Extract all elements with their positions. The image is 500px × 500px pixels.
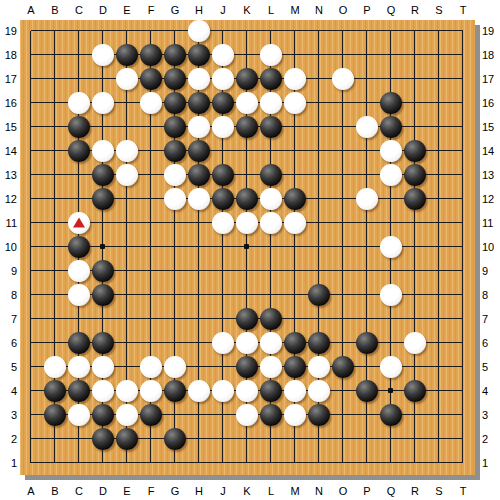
intersection-Q10[interactable] [379, 235, 403, 259]
intersection-G16[interactable] [163, 91, 187, 115]
intersection-F13[interactable] [139, 163, 163, 187]
intersection-D13[interactable] [91, 163, 115, 187]
intersection-K7[interactable] [235, 307, 259, 331]
intersection-Q15[interactable] [379, 115, 403, 139]
intersection-O18[interactable] [331, 43, 355, 67]
intersection-P2[interactable] [355, 427, 379, 451]
intersection-Q7[interactable] [379, 307, 403, 331]
intersection-S5[interactable] [427, 355, 451, 379]
intersection-K4[interactable] [235, 379, 259, 403]
intersection-N6[interactable] [307, 331, 331, 355]
intersection-B18[interactable] [43, 43, 67, 67]
intersection-P13[interactable] [355, 163, 379, 187]
intersection-F18[interactable] [139, 43, 163, 67]
intersection-M6[interactable] [283, 331, 307, 355]
intersection-M10[interactable] [283, 235, 307, 259]
intersection-C4[interactable] [67, 379, 91, 403]
intersection-C11[interactable] [67, 211, 91, 235]
intersection-E9[interactable] [115, 259, 139, 283]
intersection-Q18[interactable] [379, 43, 403, 67]
intersection-M3[interactable] [283, 403, 307, 427]
intersection-E4[interactable] [115, 379, 139, 403]
intersection-H17[interactable] [187, 67, 211, 91]
intersection-N14[interactable] [307, 139, 331, 163]
intersection-D4[interactable] [91, 379, 115, 403]
intersection-E1[interactable] [115, 451, 139, 475]
intersection-N4[interactable] [307, 379, 331, 403]
intersection-L3[interactable] [259, 403, 283, 427]
intersection-N11[interactable] [307, 211, 331, 235]
intersection-E17[interactable] [115, 67, 139, 91]
intersection-A5[interactable] [19, 355, 43, 379]
intersection-K16[interactable] [235, 91, 259, 115]
intersection-L14[interactable] [259, 139, 283, 163]
intersection-B5[interactable] [43, 355, 67, 379]
intersection-O3[interactable] [331, 403, 355, 427]
intersection-S17[interactable] [427, 67, 451, 91]
intersection-R7[interactable] [403, 307, 427, 331]
intersection-N2[interactable] [307, 427, 331, 451]
intersection-E19[interactable] [115, 19, 139, 43]
intersection-S15[interactable] [427, 115, 451, 139]
intersection-G10[interactable] [163, 235, 187, 259]
intersection-D10[interactable] [91, 235, 115, 259]
intersection-P11[interactable] [355, 211, 379, 235]
intersection-L5[interactable] [259, 355, 283, 379]
intersection-L9[interactable] [259, 259, 283, 283]
intersection-H18[interactable] [187, 43, 211, 67]
intersection-Q11[interactable] [379, 211, 403, 235]
intersection-K6[interactable] [235, 331, 259, 355]
intersection-K3[interactable] [235, 403, 259, 427]
intersection-G19[interactable] [163, 19, 187, 43]
intersection-G4[interactable] [163, 379, 187, 403]
intersection-S19[interactable] [427, 19, 451, 43]
intersection-C19[interactable] [67, 19, 91, 43]
intersection-T7[interactable] [451, 307, 475, 331]
intersection-K9[interactable] [235, 259, 259, 283]
intersection-L18[interactable] [259, 43, 283, 67]
intersection-N1[interactable] [307, 451, 331, 475]
intersection-R12[interactable] [403, 187, 427, 211]
intersection-E7[interactable] [115, 307, 139, 331]
intersection-L1[interactable] [259, 451, 283, 475]
intersection-S9[interactable] [427, 259, 451, 283]
intersection-N19[interactable] [307, 19, 331, 43]
intersection-C9[interactable] [67, 259, 91, 283]
intersection-N7[interactable] [307, 307, 331, 331]
intersection-H10[interactable] [187, 235, 211, 259]
intersection-R14[interactable] [403, 139, 427, 163]
intersection-R13[interactable] [403, 163, 427, 187]
intersection-M5[interactable] [283, 355, 307, 379]
intersection-M18[interactable] [283, 43, 307, 67]
intersection-F11[interactable] [139, 211, 163, 235]
intersection-B3[interactable] [43, 403, 67, 427]
intersection-P14[interactable] [355, 139, 379, 163]
intersection-G7[interactable] [163, 307, 187, 331]
intersection-M13[interactable] [283, 163, 307, 187]
intersection-A16[interactable] [19, 91, 43, 115]
intersection-B17[interactable] [43, 67, 67, 91]
intersection-E6[interactable] [115, 331, 139, 355]
intersection-C5[interactable] [67, 355, 91, 379]
intersection-F9[interactable] [139, 259, 163, 283]
intersection-S1[interactable] [427, 451, 451, 475]
intersection-O8[interactable] [331, 283, 355, 307]
intersection-A4[interactable] [19, 379, 43, 403]
intersection-A15[interactable] [19, 115, 43, 139]
intersection-K17[interactable] [235, 67, 259, 91]
intersection-C17[interactable] [67, 67, 91, 91]
intersection-C1[interactable] [67, 451, 91, 475]
intersection-D3[interactable] [91, 403, 115, 427]
intersection-O12[interactable] [331, 187, 355, 211]
intersection-T6[interactable] [451, 331, 475, 355]
intersection-Q19[interactable] [379, 19, 403, 43]
intersection-G3[interactable] [163, 403, 187, 427]
intersection-L10[interactable] [259, 235, 283, 259]
intersection-R19[interactable] [403, 19, 427, 43]
intersection-R1[interactable] [403, 451, 427, 475]
intersection-P16[interactable] [355, 91, 379, 115]
intersection-M17[interactable] [283, 67, 307, 91]
intersection-S14[interactable] [427, 139, 451, 163]
intersection-D7[interactable] [91, 307, 115, 331]
intersection-O2[interactable] [331, 427, 355, 451]
intersection-M11[interactable] [283, 211, 307, 235]
intersection-S8[interactable] [427, 283, 451, 307]
intersection-P3[interactable] [355, 403, 379, 427]
intersection-J17[interactable] [211, 67, 235, 91]
intersection-K5[interactable] [235, 355, 259, 379]
intersection-J7[interactable] [211, 307, 235, 331]
intersection-S2[interactable] [427, 427, 451, 451]
intersection-C18[interactable] [67, 43, 91, 67]
intersection-R5[interactable] [403, 355, 427, 379]
intersection-P17[interactable] [355, 67, 379, 91]
intersection-K13[interactable] [235, 163, 259, 187]
intersection-O10[interactable] [331, 235, 355, 259]
intersection-R15[interactable] [403, 115, 427, 139]
intersection-L7[interactable] [259, 307, 283, 331]
intersection-P1[interactable] [355, 451, 379, 475]
intersection-L19[interactable] [259, 19, 283, 43]
intersection-A6[interactable] [19, 331, 43, 355]
intersection-A14[interactable] [19, 139, 43, 163]
intersection-O4[interactable] [331, 379, 355, 403]
intersection-G12[interactable] [163, 187, 187, 211]
intersection-J12[interactable] [211, 187, 235, 211]
intersection-P6[interactable] [355, 331, 379, 355]
intersection-J4[interactable] [211, 379, 235, 403]
intersection-Q9[interactable] [379, 259, 403, 283]
intersection-R11[interactable] [403, 211, 427, 235]
intersection-L6[interactable] [259, 331, 283, 355]
intersection-L13[interactable] [259, 163, 283, 187]
intersection-K1[interactable] [235, 451, 259, 475]
intersection-L17[interactable] [259, 67, 283, 91]
intersection-B8[interactable] [43, 283, 67, 307]
intersection-N5[interactable] [307, 355, 331, 379]
intersection-R18[interactable] [403, 43, 427, 67]
intersection-Q4[interactable] [379, 379, 403, 403]
intersection-D11[interactable] [91, 211, 115, 235]
intersection-B1[interactable] [43, 451, 67, 475]
intersection-L16[interactable] [259, 91, 283, 115]
intersection-R4[interactable] [403, 379, 427, 403]
intersection-H2[interactable] [187, 427, 211, 451]
intersection-O5[interactable] [331, 355, 355, 379]
intersection-F8[interactable] [139, 283, 163, 307]
intersection-J14[interactable] [211, 139, 235, 163]
intersection-J9[interactable] [211, 259, 235, 283]
intersection-K2[interactable] [235, 427, 259, 451]
intersection-G9[interactable] [163, 259, 187, 283]
intersection-B13[interactable] [43, 163, 67, 187]
intersection-D5[interactable] [91, 355, 115, 379]
intersection-N3[interactable] [307, 403, 331, 427]
intersection-J13[interactable] [211, 163, 235, 187]
intersection-F5[interactable] [139, 355, 163, 379]
intersection-F10[interactable] [139, 235, 163, 259]
intersection-P19[interactable] [355, 19, 379, 43]
intersection-A10[interactable] [19, 235, 43, 259]
intersection-P7[interactable] [355, 307, 379, 331]
intersection-P9[interactable] [355, 259, 379, 283]
intersection-G6[interactable] [163, 331, 187, 355]
intersection-L11[interactable] [259, 211, 283, 235]
intersection-J5[interactable] [211, 355, 235, 379]
intersection-N9[interactable] [307, 259, 331, 283]
intersection-N10[interactable] [307, 235, 331, 259]
intersection-N13[interactable] [307, 163, 331, 187]
intersection-C10[interactable] [67, 235, 91, 259]
intersection-F12[interactable] [139, 187, 163, 211]
intersection-M19[interactable] [283, 19, 307, 43]
intersection-L8[interactable] [259, 283, 283, 307]
intersection-K8[interactable] [235, 283, 259, 307]
intersection-D12[interactable] [91, 187, 115, 211]
intersection-E2[interactable] [115, 427, 139, 451]
intersection-M12[interactable] [283, 187, 307, 211]
intersection-P8[interactable] [355, 283, 379, 307]
intersection-T9[interactable] [451, 259, 475, 283]
intersection-M15[interactable] [283, 115, 307, 139]
intersection-B9[interactable] [43, 259, 67, 283]
intersection-S12[interactable] [427, 187, 451, 211]
intersection-S18[interactable] [427, 43, 451, 67]
intersection-E11[interactable] [115, 211, 139, 235]
intersection-A18[interactable] [19, 43, 43, 67]
intersection-L12[interactable] [259, 187, 283, 211]
intersection-K19[interactable] [235, 19, 259, 43]
intersection-E18[interactable] [115, 43, 139, 67]
intersection-A3[interactable] [19, 403, 43, 427]
intersection-P15[interactable] [355, 115, 379, 139]
intersection-C8[interactable] [67, 283, 91, 307]
intersection-E16[interactable] [115, 91, 139, 115]
intersection-P12[interactable] [355, 187, 379, 211]
intersection-S11[interactable] [427, 211, 451, 235]
intersection-B2[interactable] [43, 427, 67, 451]
intersection-H14[interactable] [187, 139, 211, 163]
intersection-A11[interactable] [19, 211, 43, 235]
intersection-K12[interactable] [235, 187, 259, 211]
intersection-T2[interactable] [451, 427, 475, 451]
intersection-T15[interactable] [451, 115, 475, 139]
intersection-M14[interactable] [283, 139, 307, 163]
intersection-B4[interactable] [43, 379, 67, 403]
intersection-F3[interactable] [139, 403, 163, 427]
intersection-H3[interactable] [187, 403, 211, 427]
intersection-P4[interactable] [355, 379, 379, 403]
intersection-F1[interactable] [139, 451, 163, 475]
intersection-C3[interactable] [67, 403, 91, 427]
intersection-O14[interactable] [331, 139, 355, 163]
intersection-H9[interactable] [187, 259, 211, 283]
intersection-Q6[interactable] [379, 331, 403, 355]
intersection-J16[interactable] [211, 91, 235, 115]
intersection-N18[interactable] [307, 43, 331, 67]
intersection-J2[interactable] [211, 427, 235, 451]
intersection-S13[interactable] [427, 163, 451, 187]
intersection-T10[interactable] [451, 235, 475, 259]
intersection-H1[interactable] [187, 451, 211, 475]
intersection-C7[interactable] [67, 307, 91, 331]
intersection-A12[interactable] [19, 187, 43, 211]
intersection-N17[interactable] [307, 67, 331, 91]
intersection-S7[interactable] [427, 307, 451, 331]
intersection-N12[interactable] [307, 187, 331, 211]
intersection-A13[interactable] [19, 163, 43, 187]
intersection-B14[interactable] [43, 139, 67, 163]
intersection-J15[interactable] [211, 115, 235, 139]
intersection-A17[interactable] [19, 67, 43, 91]
intersection-E14[interactable] [115, 139, 139, 163]
intersection-L2[interactable] [259, 427, 283, 451]
intersection-A9[interactable] [19, 259, 43, 283]
intersection-B19[interactable] [43, 19, 67, 43]
intersection-K14[interactable] [235, 139, 259, 163]
intersection-R10[interactable] [403, 235, 427, 259]
intersection-G11[interactable] [163, 211, 187, 235]
intersection-H19[interactable] [187, 19, 211, 43]
intersection-T4[interactable] [451, 379, 475, 403]
intersection-F6[interactable] [139, 331, 163, 355]
intersection-J1[interactable] [211, 451, 235, 475]
intersection-L15[interactable] [259, 115, 283, 139]
intersection-C12[interactable] [67, 187, 91, 211]
intersection-Q2[interactable] [379, 427, 403, 451]
intersection-N15[interactable] [307, 115, 331, 139]
intersection-D6[interactable] [91, 331, 115, 355]
intersection-T17[interactable] [451, 67, 475, 91]
intersection-T16[interactable] [451, 91, 475, 115]
intersection-F19[interactable] [139, 19, 163, 43]
intersection-B12[interactable] [43, 187, 67, 211]
intersection-M9[interactable] [283, 259, 307, 283]
intersection-B11[interactable] [43, 211, 67, 235]
intersection-Q12[interactable] [379, 187, 403, 211]
intersection-A2[interactable] [19, 427, 43, 451]
intersection-R6[interactable] [403, 331, 427, 355]
intersection-A19[interactable] [19, 19, 43, 43]
intersection-H6[interactable] [187, 331, 211, 355]
intersection-H7[interactable] [187, 307, 211, 331]
intersection-T8[interactable] [451, 283, 475, 307]
intersection-E12[interactable] [115, 187, 139, 211]
intersection-C16[interactable] [67, 91, 91, 115]
intersection-L4[interactable] [259, 379, 283, 403]
intersection-R3[interactable] [403, 403, 427, 427]
intersection-K18[interactable] [235, 43, 259, 67]
intersection-C15[interactable] [67, 115, 91, 139]
intersection-E5[interactable] [115, 355, 139, 379]
intersection-O6[interactable] [331, 331, 355, 355]
intersection-H12[interactable] [187, 187, 211, 211]
intersection-J3[interactable] [211, 403, 235, 427]
intersection-R17[interactable] [403, 67, 427, 91]
intersection-P10[interactable] [355, 235, 379, 259]
intersection-H4[interactable] [187, 379, 211, 403]
intersection-E8[interactable] [115, 283, 139, 307]
intersection-M2[interactable] [283, 427, 307, 451]
intersection-J11[interactable] [211, 211, 235, 235]
intersection-K11[interactable] [235, 211, 259, 235]
intersection-E10[interactable] [115, 235, 139, 259]
intersection-A7[interactable] [19, 307, 43, 331]
intersection-B15[interactable] [43, 115, 67, 139]
intersection-B10[interactable] [43, 235, 67, 259]
intersection-T1[interactable] [451, 451, 475, 475]
intersection-G14[interactable] [163, 139, 187, 163]
intersection-C13[interactable] [67, 163, 91, 187]
intersection-B6[interactable] [43, 331, 67, 355]
intersection-D14[interactable] [91, 139, 115, 163]
intersection-J18[interactable] [211, 43, 235, 67]
intersection-F2[interactable] [139, 427, 163, 451]
intersection-O9[interactable] [331, 259, 355, 283]
intersection-O19[interactable] [331, 19, 355, 43]
intersection-O7[interactable] [331, 307, 355, 331]
intersection-R8[interactable] [403, 283, 427, 307]
intersection-F15[interactable] [139, 115, 163, 139]
intersection-R16[interactable] [403, 91, 427, 115]
intersection-D8[interactable] [91, 283, 115, 307]
intersection-D9[interactable] [91, 259, 115, 283]
intersection-G1[interactable] [163, 451, 187, 475]
intersection-B7[interactable] [43, 307, 67, 331]
intersection-M16[interactable] [283, 91, 307, 115]
intersection-T5[interactable] [451, 355, 475, 379]
intersection-O1[interactable] [331, 451, 355, 475]
intersection-T14[interactable] [451, 139, 475, 163]
intersection-O11[interactable] [331, 211, 355, 235]
intersection-S4[interactable] [427, 379, 451, 403]
intersection-S10[interactable] [427, 235, 451, 259]
intersection-S6[interactable] [427, 331, 451, 355]
intersection-H5[interactable] [187, 355, 211, 379]
intersection-E15[interactable] [115, 115, 139, 139]
intersection-T12[interactable] [451, 187, 475, 211]
intersection-P18[interactable] [355, 43, 379, 67]
intersection-H8[interactable] [187, 283, 211, 307]
intersection-H15[interactable] [187, 115, 211, 139]
intersection-O15[interactable] [331, 115, 355, 139]
intersection-F14[interactable] [139, 139, 163, 163]
intersection-D15[interactable] [91, 115, 115, 139]
